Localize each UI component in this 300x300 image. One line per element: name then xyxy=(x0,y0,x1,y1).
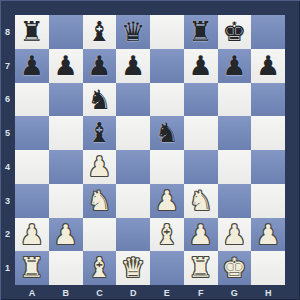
square-d2[interactable] xyxy=(116,218,150,252)
board: ♜♝♛♜♚♟♟♟♟♟♟♟♞♝♞♟♞♟♞♟♟♝♟♟♟♜♝♛♜♚ xyxy=(15,15,285,285)
square-g2[interactable]: ♟ xyxy=(218,218,252,252)
square-h5[interactable] xyxy=(251,116,285,150)
square-h4[interactable] xyxy=(251,150,285,184)
square-d3[interactable] xyxy=(116,184,150,218)
square-g7[interactable]: ♟ xyxy=(218,49,252,83)
square-f6[interactable] xyxy=(184,83,218,117)
square-b6[interactable] xyxy=(49,83,83,117)
square-b4[interactable] xyxy=(49,150,83,184)
white-knight-c3[interactable]: ♞ xyxy=(83,184,117,218)
white-king-g1[interactable]: ♚ xyxy=(218,251,252,285)
black-pawn-a7[interactable]: ♟ xyxy=(15,49,49,83)
square-f7[interactable]: ♟ xyxy=(184,49,218,83)
square-e7[interactable] xyxy=(150,49,184,83)
black-bishop-c8[interactable]: ♝ xyxy=(83,15,117,49)
white-pawn-g2[interactable]: ♟ xyxy=(218,218,252,252)
square-d1[interactable]: ♛ xyxy=(116,251,150,285)
white-bishop-c1[interactable]: ♝ xyxy=(83,251,117,285)
square-e1[interactable] xyxy=(150,251,184,285)
square-e5[interactable]: ♞ xyxy=(150,116,184,150)
file-label-b: B xyxy=(49,285,83,300)
square-g1[interactable]: ♚ xyxy=(218,251,252,285)
square-h3[interactable] xyxy=(251,184,285,218)
square-e2[interactable]: ♝ xyxy=(150,218,184,252)
square-f1[interactable]: ♜ xyxy=(184,251,218,285)
square-b3[interactable] xyxy=(49,184,83,218)
square-g3[interactable] xyxy=(218,184,252,218)
square-b7[interactable]: ♟ xyxy=(49,49,83,83)
square-b5[interactable] xyxy=(49,116,83,150)
rank-label-3: 3 xyxy=(0,184,15,218)
rank-label-1: 1 xyxy=(0,251,15,285)
file-labels: ABCDEFGH xyxy=(15,285,285,300)
white-pawn-b2[interactable]: ♟ xyxy=(49,218,83,252)
square-a1[interactable]: ♜ xyxy=(15,251,49,285)
white-bishop-e2[interactable]: ♝ xyxy=(150,218,184,252)
chess-board-frame: 87654321 ♜♝♛♜♚♟♟♟♟♟♟♟♞♝♞♟♞♟♞♟♟♝♟♟♟♜♝♛♜♚ … xyxy=(0,0,300,300)
rank-label-8: 8 xyxy=(0,15,15,49)
file-label-c: C xyxy=(83,285,117,300)
black-knight-e5[interactable]: ♞ xyxy=(150,116,184,150)
file-label-d: D xyxy=(116,285,150,300)
square-a3[interactable] xyxy=(15,184,49,218)
square-f5[interactable] xyxy=(184,116,218,150)
square-b1[interactable] xyxy=(49,251,83,285)
black-rook-f8[interactable]: ♜ xyxy=(184,15,218,49)
black-knight-c6[interactable]: ♞ xyxy=(83,83,117,117)
square-c5[interactable]: ♝ xyxy=(83,116,117,150)
white-queen-d1[interactable]: ♛ xyxy=(116,251,150,285)
rank-label-5: 5 xyxy=(0,116,15,150)
rank-labels: 87654321 xyxy=(0,15,15,285)
square-c1[interactable]: ♝ xyxy=(83,251,117,285)
square-a7[interactable]: ♟ xyxy=(15,49,49,83)
rank-label-6: 6 xyxy=(0,83,15,117)
black-queen-d8[interactable]: ♛ xyxy=(116,15,150,49)
square-f3[interactable]: ♞ xyxy=(184,184,218,218)
square-h7[interactable]: ♟ xyxy=(251,49,285,83)
square-c6[interactable]: ♞ xyxy=(83,83,117,117)
square-c8[interactable]: ♝ xyxy=(83,15,117,49)
square-c4[interactable]: ♟ xyxy=(83,150,117,184)
square-h6[interactable] xyxy=(251,83,285,117)
square-d6[interactable] xyxy=(116,83,150,117)
file-label-g: G xyxy=(218,285,252,300)
white-rook-f1[interactable]: ♜ xyxy=(184,251,218,285)
black-rook-a8[interactable]: ♜ xyxy=(15,15,49,49)
white-pawn-f2[interactable]: ♟ xyxy=(184,218,218,252)
rank-label-4: 4 xyxy=(0,150,15,184)
square-c3[interactable]: ♞ xyxy=(83,184,117,218)
white-pawn-a2[interactable]: ♟ xyxy=(15,218,49,252)
white-knight-f3[interactable]: ♞ xyxy=(184,184,218,218)
square-e8[interactable] xyxy=(150,15,184,49)
square-d5[interactable] xyxy=(116,116,150,150)
black-pawn-d7[interactable]: ♟ xyxy=(116,49,150,83)
square-f8[interactable]: ♜ xyxy=(184,15,218,49)
square-b2[interactable]: ♟ xyxy=(49,218,83,252)
square-g8[interactable]: ♚ xyxy=(218,15,252,49)
square-g6[interactable] xyxy=(218,83,252,117)
square-d4[interactable] xyxy=(116,150,150,184)
white-rook-a1[interactable]: ♜ xyxy=(15,251,49,285)
rank-label-2: 2 xyxy=(0,218,15,252)
file-label-f: F xyxy=(184,285,218,300)
white-pawn-h2[interactable]: ♟ xyxy=(251,218,285,252)
rank-label-7: 7 xyxy=(0,49,15,83)
black-pawn-h7[interactable]: ♟ xyxy=(251,49,285,83)
square-h1[interactable] xyxy=(251,251,285,285)
black-pawn-b7[interactable]: ♟ xyxy=(49,49,83,83)
square-a6[interactable] xyxy=(15,83,49,117)
square-h2[interactable]: ♟ xyxy=(251,218,285,252)
square-b8[interactable] xyxy=(49,15,83,49)
white-pawn-e3[interactable]: ♟ xyxy=(150,184,184,218)
square-a4[interactable] xyxy=(15,150,49,184)
file-label-h: H xyxy=(251,285,285,300)
black-king-g8[interactable]: ♚ xyxy=(218,15,252,49)
square-a5[interactable] xyxy=(15,116,49,150)
square-h8[interactable] xyxy=(251,15,285,49)
square-c2[interactable] xyxy=(83,218,117,252)
square-d7[interactable]: ♟ xyxy=(116,49,150,83)
square-c7[interactable]: ♟ xyxy=(83,49,117,83)
square-d8[interactable]: ♛ xyxy=(116,15,150,49)
square-e6[interactable] xyxy=(150,83,184,117)
square-a8[interactable]: ♜ xyxy=(15,15,49,49)
square-e3[interactable]: ♟ xyxy=(150,184,184,218)
black-pawn-f7[interactable]: ♟ xyxy=(184,49,218,83)
black-bishop-c5[interactable]: ♝ xyxy=(83,116,117,150)
file-label-e: E xyxy=(150,285,184,300)
square-g4[interactable] xyxy=(218,150,252,184)
white-pawn-c4[interactable]: ♟ xyxy=(83,150,117,184)
black-pawn-c7[interactable]: ♟ xyxy=(83,49,117,83)
square-g5[interactable] xyxy=(218,116,252,150)
file-label-a: A xyxy=(15,285,49,300)
square-e4[interactable] xyxy=(150,150,184,184)
black-pawn-g7[interactable]: ♟ xyxy=(218,49,252,83)
square-f4[interactable] xyxy=(184,150,218,184)
square-a2[interactable]: ♟ xyxy=(15,218,49,252)
square-f2[interactable]: ♟ xyxy=(184,218,218,252)
